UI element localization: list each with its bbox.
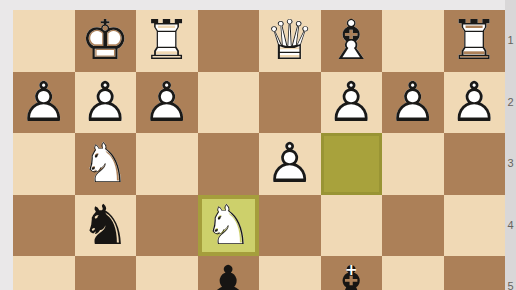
square-h2[interactable]: ♟♙ bbox=[13, 72, 75, 134]
square-h5[interactable] bbox=[13, 256, 75, 290]
square-h4[interactable] bbox=[13, 195, 75, 257]
square-c3[interactable] bbox=[321, 133, 383, 195]
square-c1[interactable]: ♝♗ bbox=[321, 10, 383, 72]
square-a4[interactable] bbox=[444, 195, 506, 257]
white-pawn[interactable]: ♟♙ bbox=[444, 72, 506, 134]
square-f2[interactable]: ♟♙ bbox=[136, 72, 198, 134]
square-e3[interactable] bbox=[198, 133, 260, 195]
square-f4[interactable] bbox=[136, 195, 198, 257]
square-e1[interactable] bbox=[198, 10, 260, 72]
rank-label-3: 3 bbox=[505, 157, 516, 170]
white-rook[interactable]: ♜♖ bbox=[136, 10, 198, 72]
square-d1[interactable]: ♛♕ bbox=[259, 10, 321, 72]
white-knight[interactable]: ♞♘ bbox=[198, 195, 260, 257]
rank-label-2: 2 bbox=[505, 96, 516, 109]
square-g1[interactable]: ♚♔ bbox=[75, 10, 137, 72]
square-d3[interactable]: ♟♙ bbox=[259, 133, 321, 195]
square-c5[interactable]: ♝+ bbox=[321, 256, 383, 290]
square-b5[interactable] bbox=[382, 256, 444, 290]
square-c4[interactable] bbox=[321, 195, 383, 257]
square-e4[interactable]: ♞♘ bbox=[198, 195, 260, 257]
square-h1[interactable] bbox=[13, 10, 75, 72]
bishop-cross-icon: + bbox=[321, 263, 383, 278]
square-f5[interactable] bbox=[136, 256, 198, 290]
square-d2[interactable] bbox=[259, 72, 321, 134]
square-a5[interactable] bbox=[444, 256, 506, 290]
square-g2[interactable]: ♟♙ bbox=[75, 72, 137, 134]
white-rook[interactable]: ♜♖ bbox=[444, 10, 506, 72]
square-d4[interactable] bbox=[259, 195, 321, 257]
black-bishop[interactable]: ♝+ bbox=[321, 256, 383, 290]
white-pawn[interactable]: ♟♙ bbox=[75, 72, 137, 134]
square-b1[interactable] bbox=[382, 10, 444, 72]
square-e5[interactable]: ♟ bbox=[198, 256, 260, 290]
square-g5[interactable] bbox=[75, 256, 137, 290]
white-pawn[interactable]: ♟♙ bbox=[13, 72, 75, 134]
square-b4[interactable] bbox=[382, 195, 444, 257]
black-knight[interactable]: ♞ bbox=[75, 195, 137, 257]
square-d5[interactable] bbox=[259, 256, 321, 290]
rank-label-4: 4 bbox=[505, 219, 516, 232]
black-pawn[interactable]: ♟ bbox=[198, 256, 260, 290]
square-g3[interactable]: ♞♘ bbox=[75, 133, 137, 195]
square-b2[interactable]: ♟♙ bbox=[382, 72, 444, 134]
white-pawn[interactable]: ♟♙ bbox=[321, 72, 383, 134]
square-c2[interactable]: ♟♙ bbox=[321, 72, 383, 134]
square-e2[interactable] bbox=[198, 72, 260, 134]
white-bishop[interactable]: ♝♗ bbox=[321, 10, 383, 72]
rank-label-1: 1 bbox=[505, 34, 516, 47]
square-a1[interactable]: ♜♖ bbox=[444, 10, 506, 72]
square-b3[interactable] bbox=[382, 133, 444, 195]
chess-board: ♚♔♜♖♛♕♝♗♜♖♟♙♟♙♟♙♟♙♟♙♟♙♞♘♟♙♞♞♘♟♝+ bbox=[13, 10, 505, 290]
white-queen[interactable]: ♛♕ bbox=[259, 10, 321, 72]
square-a2[interactable]: ♟♙ bbox=[444, 72, 506, 134]
square-f1[interactable]: ♜♖ bbox=[136, 10, 198, 72]
white-pawn[interactable]: ♟♙ bbox=[382, 72, 444, 134]
white-king[interactable]: ♚♔ bbox=[75, 10, 137, 72]
square-g4[interactable]: ♞ bbox=[75, 195, 137, 257]
square-f3[interactable] bbox=[136, 133, 198, 195]
white-pawn[interactable]: ♟♙ bbox=[136, 72, 198, 134]
rank-coordinates: 12345 bbox=[505, 0, 516, 290]
square-h3[interactable] bbox=[13, 133, 75, 195]
rank-label-5: 5 bbox=[505, 280, 516, 290]
square-a3[interactable] bbox=[444, 133, 506, 195]
white-pawn[interactable]: ♟♙ bbox=[259, 133, 321, 195]
page: ♚♔♜♖♛♕♝♗♜♖♟♙♟♙♟♙♟♙♟♙♟♙♞♘♟♙♞♞♘♟♝+ 12345 bbox=[0, 0, 516, 290]
white-knight[interactable]: ♞♘ bbox=[75, 133, 137, 195]
